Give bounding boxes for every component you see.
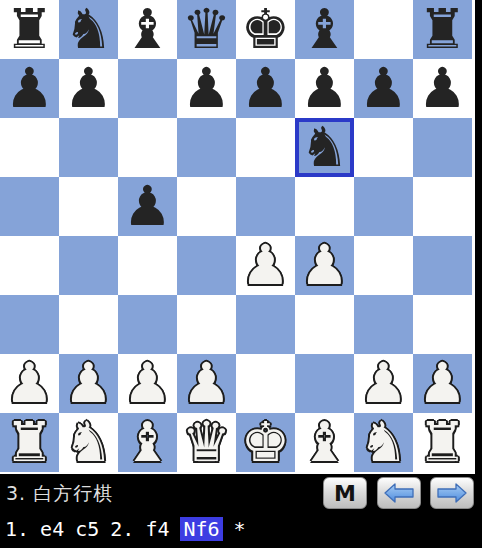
square-b1[interactable]: ♞ (59, 413, 118, 472)
square-b5[interactable] (59, 177, 118, 236)
square-e7[interactable]: ♟ (236, 59, 295, 118)
white-bishop: ♝ (300, 413, 349, 472)
square-g6[interactable] (354, 118, 413, 177)
square-g7[interactable]: ♟ (354, 59, 413, 118)
square-g3[interactable] (354, 295, 413, 354)
square-a6[interactable] (0, 118, 59, 177)
square-g5[interactable] (354, 177, 413, 236)
black-queen: ♛ (182, 0, 231, 59)
square-c1[interactable]: ♝ (118, 413, 177, 472)
square-e3[interactable] (236, 295, 295, 354)
white-bishop: ♝ (123, 413, 172, 472)
square-d7[interactable]: ♟ (177, 59, 236, 118)
square-a8[interactable]: ♜ (0, 0, 59, 59)
black-pawn: ♟ (123, 177, 172, 236)
status-text: 3. 白方行棋 (6, 481, 113, 507)
white-pawn: ♟ (359, 354, 408, 413)
square-g4[interactable] (354, 236, 413, 295)
square-b7[interactable]: ♟ (59, 59, 118, 118)
square-a4[interactable] (0, 236, 59, 295)
move-token[interactable]: c5 (75, 517, 99, 541)
black-pawn: ♟ (241, 59, 290, 118)
square-a1[interactable]: ♜ (0, 413, 59, 472)
square-d4[interactable] (177, 236, 236, 295)
white-pawn: ♟ (123, 354, 172, 413)
square-e8[interactable]: ♚ (236, 0, 295, 59)
black-pawn: ♟ (418, 59, 467, 118)
square-e5[interactable] (236, 177, 295, 236)
black-pawn: ♟ (64, 59, 113, 118)
square-e6[interactable] (236, 118, 295, 177)
white-pawn: ♟ (241, 236, 290, 295)
black-king: ♚ (241, 0, 290, 59)
square-e2[interactable] (236, 354, 295, 413)
chess-board-frame: ♜♞♝♛♚♝♜♟♟♟♟♟♟♟♞♟♟♟♟♟♟♟♟♟♜♞♝♛♚♝♞♜ (0, 0, 475, 474)
square-f4[interactable]: ♟ (295, 236, 354, 295)
move-token[interactable]: f4 (145, 517, 169, 541)
forward-button[interactable] (430, 477, 474, 509)
square-a2[interactable]: ♟ (0, 354, 59, 413)
move-token-current[interactable]: Nf6 (180, 517, 222, 541)
m-button-label: M (334, 481, 356, 506)
square-f2[interactable] (295, 354, 354, 413)
square-c5[interactable]: ♟ (118, 177, 177, 236)
black-rook: ♜ (5, 0, 54, 59)
black-pawn: ♟ (5, 59, 54, 118)
square-e4[interactable]: ♟ (236, 236, 295, 295)
square-h1[interactable]: ♜ (413, 413, 472, 472)
square-f7[interactable]: ♟ (295, 59, 354, 118)
white-pawn: ♟ (300, 236, 349, 295)
square-d8[interactable]: ♛ (177, 0, 236, 59)
move-list: 1.e4c52.f4Nf6* (5, 517, 246, 541)
square-h7[interactable]: ♟ (413, 59, 472, 118)
square-c2[interactable]: ♟ (118, 354, 177, 413)
square-h2[interactable]: ♟ (413, 354, 472, 413)
back-button[interactable] (377, 477, 421, 509)
right-arrow-icon (435, 481, 469, 505)
move-token[interactable]: * (234, 517, 246, 541)
square-g1[interactable]: ♞ (354, 413, 413, 472)
white-knight: ♞ (359, 413, 408, 472)
m-button[interactable]: M (323, 477, 367, 509)
square-h8[interactable]: ♜ (413, 0, 472, 59)
square-h6[interactable] (413, 118, 472, 177)
black-knight: ♞ (300, 118, 349, 177)
move-token[interactable]: 1. (5, 517, 29, 541)
square-d3[interactable] (177, 295, 236, 354)
square-c3[interactable] (118, 295, 177, 354)
black-pawn: ♟ (182, 59, 231, 118)
square-c6[interactable] (118, 118, 177, 177)
square-h4[interactable] (413, 236, 472, 295)
square-d1[interactable]: ♛ (177, 413, 236, 472)
black-bishop: ♝ (300, 0, 349, 59)
white-king: ♚ (241, 413, 290, 472)
white-queen: ♛ (182, 413, 231, 472)
square-b6[interactable] (59, 118, 118, 177)
black-rook: ♜ (418, 0, 467, 59)
square-d2[interactable]: ♟ (177, 354, 236, 413)
white-rook: ♜ (418, 413, 467, 472)
square-g2[interactable]: ♟ (354, 354, 413, 413)
square-b4[interactable] (59, 236, 118, 295)
white-pawn: ♟ (64, 354, 113, 413)
square-c4[interactable] (118, 236, 177, 295)
white-pawn: ♟ (5, 354, 54, 413)
square-h5[interactable] (413, 177, 472, 236)
square-f6[interactable]: ♞ (295, 118, 354, 177)
square-a3[interactable] (0, 295, 59, 354)
chess-board[interactable]: ♜♞♝♛♚♝♜♟♟♟♟♟♟♟♞♟♟♟♟♟♟♟♟♟♜♞♝♛♚♝♞♜ (0, 0, 472, 472)
black-bishop: ♝ (123, 0, 172, 59)
square-g8[interactable] (354, 0, 413, 59)
black-pawn: ♟ (359, 59, 408, 118)
square-c8[interactable]: ♝ (118, 0, 177, 59)
square-c7[interactable] (118, 59, 177, 118)
square-b2[interactable]: ♟ (59, 354, 118, 413)
white-pawn: ♟ (418, 354, 467, 413)
white-rook: ♜ (5, 413, 54, 472)
square-d5[interactable] (177, 177, 236, 236)
move-token[interactable]: e4 (40, 517, 64, 541)
square-f8[interactable]: ♝ (295, 0, 354, 59)
black-knight: ♞ (64, 0, 113, 59)
square-a7[interactable]: ♟ (0, 59, 59, 118)
square-h3[interactable] (413, 295, 472, 354)
square-f1[interactable]: ♝ (295, 413, 354, 472)
black-pawn: ♟ (300, 59, 349, 118)
left-arrow-icon (382, 481, 416, 505)
square-f3[interactable] (295, 295, 354, 354)
white-knight: ♞ (64, 413, 113, 472)
square-f5[interactable] (295, 177, 354, 236)
app-screen: ♜♞♝♛♚♝♜♟♟♟♟♟♟♟♞♟♟♟♟♟♟♟♟♟♜♞♝♛♚♝♞♜ 3. 白方行棋… (0, 0, 482, 548)
square-e1[interactable]: ♚ (236, 413, 295, 472)
square-b8[interactable]: ♞ (59, 0, 118, 59)
move-token[interactable]: 2. (110, 517, 134, 541)
square-a5[interactable] (0, 177, 59, 236)
square-d6[interactable] (177, 118, 236, 177)
square-b3[interactable] (59, 295, 118, 354)
white-pawn: ♟ (182, 354, 231, 413)
